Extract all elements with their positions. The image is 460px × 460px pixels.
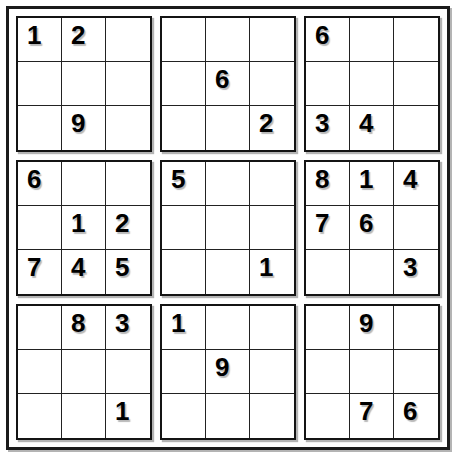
cell-r9c4[interactable] bbox=[162, 394, 206, 438]
box-3-2: 19 bbox=[160, 304, 296, 440]
cell-r2c2[interactable] bbox=[62, 62, 106, 106]
cell-r2c1[interactable] bbox=[18, 62, 62, 106]
cell-r3c5[interactable] bbox=[206, 106, 250, 150]
cell-r1c1[interactable]: 1 bbox=[18, 18, 62, 62]
cell-r1c4[interactable] bbox=[162, 18, 206, 62]
cell-r3c6[interactable]: 2 bbox=[250, 106, 294, 150]
box-2-1: 612745 bbox=[16, 160, 152, 296]
cell-r7c6[interactable] bbox=[250, 306, 294, 350]
cell-r6c5[interactable] bbox=[206, 250, 250, 294]
box-1-1: 129 bbox=[16, 16, 152, 152]
cell-r5c9[interactable] bbox=[394, 206, 438, 250]
cell-r9c2[interactable] bbox=[62, 394, 106, 438]
cell-r7c2[interactable]: 8 bbox=[62, 306, 106, 350]
cell-r2c8[interactable] bbox=[350, 62, 394, 106]
cell-r1c9[interactable] bbox=[394, 18, 438, 62]
box-1-2: 62 bbox=[160, 16, 296, 152]
cell-r8c2[interactable] bbox=[62, 350, 106, 394]
cell-r5c3[interactable]: 2 bbox=[106, 206, 150, 250]
cell-r2c6[interactable] bbox=[250, 62, 294, 106]
cell-r4c6[interactable] bbox=[250, 162, 294, 206]
cell-r6c8[interactable] bbox=[350, 250, 394, 294]
cell-r6c6[interactable]: 1 bbox=[250, 250, 294, 294]
cell-r1c3[interactable] bbox=[106, 18, 150, 62]
cell-r3c4[interactable] bbox=[162, 106, 206, 150]
cell-r3c7[interactable]: 3 bbox=[306, 106, 350, 150]
cell-r9c5[interactable] bbox=[206, 394, 250, 438]
cell-r9c6[interactable] bbox=[250, 394, 294, 438]
cell-r4c4[interactable]: 5 bbox=[162, 162, 206, 206]
cell-r2c7[interactable] bbox=[306, 62, 350, 106]
cell-r1c2[interactable]: 2 bbox=[62, 18, 106, 62]
cell-r4c2[interactable] bbox=[62, 162, 106, 206]
cell-r2c4[interactable] bbox=[162, 62, 206, 106]
cell-r7c9[interactable] bbox=[394, 306, 438, 350]
cell-r6c1[interactable]: 7 bbox=[18, 250, 62, 294]
cell-r4c8[interactable]: 1 bbox=[350, 162, 394, 206]
cell-r8c8[interactable] bbox=[350, 350, 394, 394]
cell-r4c1[interactable]: 6 bbox=[18, 162, 62, 206]
cell-r9c9[interactable]: 6 bbox=[394, 394, 438, 438]
cell-r9c7[interactable] bbox=[306, 394, 350, 438]
cell-r3c2[interactable]: 9 bbox=[62, 106, 106, 150]
box-2-3: 814763 bbox=[304, 160, 440, 296]
box-3-1: 831 bbox=[16, 304, 152, 440]
cell-r6c3[interactable]: 5 bbox=[106, 250, 150, 294]
box-2-2: 51 bbox=[160, 160, 296, 296]
cell-r9c1[interactable] bbox=[18, 394, 62, 438]
cell-r4c3[interactable] bbox=[106, 162, 150, 206]
cell-r8c4[interactable] bbox=[162, 350, 206, 394]
cell-r8c1[interactable] bbox=[18, 350, 62, 394]
cell-r1c6[interactable] bbox=[250, 18, 294, 62]
cell-r1c8[interactable] bbox=[350, 18, 394, 62]
cell-r9c3[interactable]: 1 bbox=[106, 394, 150, 438]
cell-r8c7[interactable] bbox=[306, 350, 350, 394]
box-3-3: 976 bbox=[304, 304, 440, 440]
cell-r7c5[interactable] bbox=[206, 306, 250, 350]
cell-r5c6[interactable] bbox=[250, 206, 294, 250]
cell-r4c9[interactable]: 4 bbox=[394, 162, 438, 206]
cell-r8c3[interactable] bbox=[106, 350, 150, 394]
cell-r1c5[interactable] bbox=[206, 18, 250, 62]
cell-r5c1[interactable] bbox=[18, 206, 62, 250]
cell-r3c3[interactable] bbox=[106, 106, 150, 150]
cell-r1c7[interactable]: 6 bbox=[306, 18, 350, 62]
cell-r6c9[interactable]: 3 bbox=[394, 250, 438, 294]
cell-r7c4[interactable]: 1 bbox=[162, 306, 206, 350]
cell-r8c5[interactable]: 9 bbox=[206, 350, 250, 394]
cell-r7c3[interactable]: 3 bbox=[106, 306, 150, 350]
cell-r4c7[interactable]: 8 bbox=[306, 162, 350, 206]
cell-r5c8[interactable]: 6 bbox=[350, 206, 394, 250]
cell-r7c8[interactable]: 9 bbox=[350, 306, 394, 350]
cell-r2c9[interactable] bbox=[394, 62, 438, 106]
box-1-3: 634 bbox=[304, 16, 440, 152]
cell-r9c8[interactable]: 7 bbox=[350, 394, 394, 438]
cell-r5c7[interactable]: 7 bbox=[306, 206, 350, 250]
cell-r8c9[interactable] bbox=[394, 350, 438, 394]
cell-r3c8[interactable]: 4 bbox=[350, 106, 394, 150]
page-background: 129626346127455181476383119976 bbox=[0, 0, 460, 460]
cell-r6c7[interactable] bbox=[306, 250, 350, 294]
cell-r3c1[interactable] bbox=[18, 106, 62, 150]
cell-r5c5[interactable] bbox=[206, 206, 250, 250]
cell-r7c7[interactable] bbox=[306, 306, 350, 350]
cell-r2c5[interactable]: 6 bbox=[206, 62, 250, 106]
cell-r3c9[interactable] bbox=[394, 106, 438, 150]
cell-r6c4[interactable] bbox=[162, 250, 206, 294]
cell-r5c2[interactable]: 1 bbox=[62, 206, 106, 250]
cell-r8c6[interactable] bbox=[250, 350, 294, 394]
cell-r6c2[interactable]: 4 bbox=[62, 250, 106, 294]
sudoku-board: 129626346127455181476383119976 bbox=[6, 6, 450, 450]
cell-r2c3[interactable] bbox=[106, 62, 150, 106]
cell-r5c4[interactable] bbox=[162, 206, 206, 250]
cell-r7c1[interactable] bbox=[18, 306, 62, 350]
cell-r4c5[interactable] bbox=[206, 162, 250, 206]
